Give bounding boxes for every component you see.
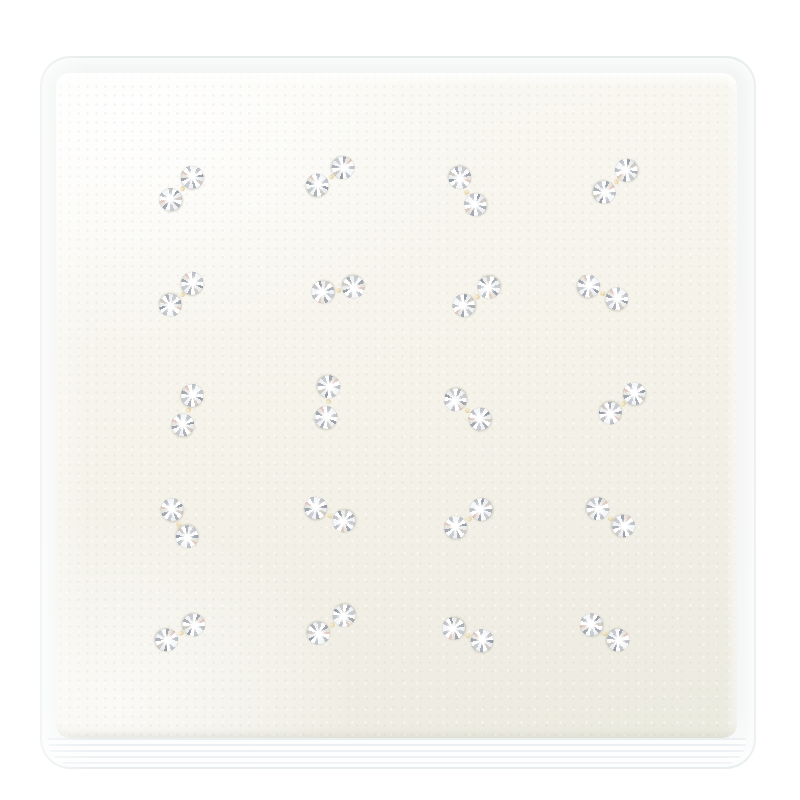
stud-pair-r5c3: [438, 611, 498, 656]
stud-post-ball: [325, 399, 330, 404]
stud-pair-r5c1: [150, 608, 210, 657]
crystal-stud: [157, 494, 187, 524]
stud-pair-r2c1: [153, 266, 210, 323]
stud-pair-r3c2: [312, 374, 343, 430]
stud-grid: [0, 0, 800, 800]
crystal-stud: [153, 626, 179, 652]
stud-pair-r3c4: [593, 376, 651, 430]
crystal-stud: [612, 514, 635, 537]
stud-post-ball: [335, 287, 341, 293]
crystal-stud: [177, 380, 207, 410]
product-photo: [0, 0, 800, 800]
crystal-stud: [314, 372, 343, 401]
stud-pair-r3c3: [439, 382, 498, 436]
crystal-stud: [450, 291, 477, 318]
crystal-stud: [178, 609, 210, 641]
crystal-stud: [329, 505, 359, 535]
crystal-stud: [598, 400, 623, 425]
stud-pair-r1c2: [300, 150, 359, 202]
crystal-stud: [310, 402, 342, 434]
crystal-stud: [575, 608, 608, 641]
stud-pair-r2c2: [309, 272, 366, 306]
crystal-stud: [303, 170, 332, 199]
crystal-stud: [302, 617, 334, 649]
stud-pair-r5c2: [301, 598, 360, 650]
stud-post-ball: [185, 407, 191, 413]
crystal-stud: [303, 495, 328, 520]
stud-pair-r4c2: [300, 491, 360, 537]
stud-pair-r4c4: [581, 491, 640, 543]
stud-pair-r1c3: [443, 161, 493, 221]
crystal-stud: [603, 625, 633, 655]
crystal-stud: [573, 270, 605, 302]
crystal-stud: [175, 524, 200, 549]
crystal-stud: [440, 614, 468, 642]
crystal-stud: [442, 513, 470, 541]
stud-pair-r4c3: [438, 492, 497, 544]
crystal-stud: [338, 271, 368, 301]
stud-pair-r2c4: [573, 269, 633, 315]
crystal-stud: [446, 164, 474, 192]
crystal-stud: [469, 627, 495, 653]
stud-pair-r3c1: [166, 380, 207, 439]
crystal-stud: [309, 277, 337, 305]
stud-pair-r4c1: [156, 493, 205, 553]
stud-pair-r1c1: [153, 160, 209, 217]
stud-pair-r1c4: [587, 153, 644, 210]
crystal-stud: [602, 283, 632, 313]
stud-pair-r5c4: [575, 607, 635, 657]
crystal-stud: [169, 412, 195, 438]
stud-pair-r2c3: [447, 270, 506, 323]
crystal-stud: [464, 403, 496, 435]
